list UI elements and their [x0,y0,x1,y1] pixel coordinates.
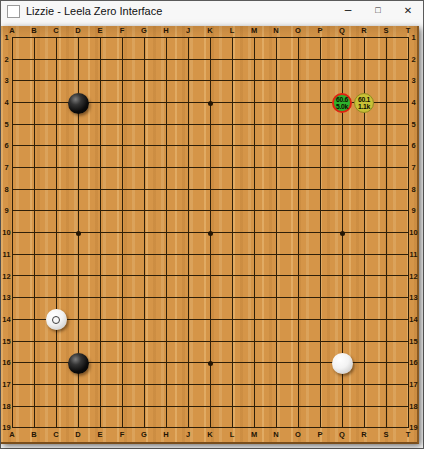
col-label-top: F [114,26,130,36]
col-label-bottom: B [26,430,42,440]
row-label-left: 19 [1,423,12,433]
row-label-right: 2 [408,55,419,65]
board-grid: 60.65.0k60.11.1k [1,27,419,439]
row-label-right: 13 [408,293,419,303]
suggestion-playouts: 5.0k [336,103,348,110]
row-label-right: 15 [408,337,419,347]
maximize-button[interactable]: □ [363,1,393,21]
star-point [76,231,81,236]
black-stone [68,93,89,114]
col-label-top: K [202,26,218,36]
go-board[interactable]: 60.65.0k60.11.1k AABBCCDDEEFFGGHHJJKKLLM… [1,26,419,444]
row-label-right: 17 [408,380,419,390]
row-label-left: 15 [1,337,12,347]
col-label-top: J [180,26,196,36]
analysis-suggestion[interactable]: 60.11.1k [354,93,374,113]
col-label-bottom: G [136,430,152,440]
col-label-bottom: D [70,430,86,440]
row-label-left: 18 [1,402,12,412]
col-label-bottom: Q [334,430,350,440]
row-label-right: 8 [408,185,419,195]
col-label-bottom: E [92,430,108,440]
app-icon[interactable] [7,5,20,18]
col-label-top: D [70,26,86,36]
col-label-bottom: J [180,430,196,440]
row-label-left: 9 [1,206,12,216]
row-label-left: 12 [1,272,12,282]
col-label-bottom: O [290,430,306,440]
row-label-right: 4 [408,98,419,108]
last-move-marker [52,316,60,324]
row-label-left: 4 [1,98,12,108]
minimize-button[interactable]: – [333,1,363,21]
close-button[interactable]: ✕ [393,1,423,21]
col-label-bottom: N [268,430,284,440]
star-point [208,101,213,106]
col-label-top: N [268,26,284,36]
analysis-suggestion[interactable]: 60.65.0k [332,93,352,113]
col-label-top: H [158,26,174,36]
row-label-left: 1 [1,33,12,43]
star-point [340,231,345,236]
row-label-left: 7 [1,163,12,173]
row-label-left: 5 [1,120,12,130]
suggestion-playouts: 1.1k [358,103,370,110]
col-label-top: C [48,26,64,36]
white-stone [332,353,353,374]
col-label-top: G [136,26,152,36]
col-label-top: P [312,26,328,36]
background: 60.65.0k60.11.1k AABBCCDDEEFFGGHHJJKKLLM… [1,21,423,449]
white-stone [46,309,67,330]
col-label-bottom: F [114,430,130,440]
col-label-bottom: K [202,430,218,440]
black-stone [68,353,89,374]
row-label-right: 11 [408,250,419,260]
col-label-top: O [290,26,306,36]
row-label-right: 16 [408,358,419,368]
star-point [208,361,213,366]
col-label-top: L [224,26,240,36]
row-label-right: 12 [408,272,419,282]
col-label-top: Q [334,26,350,36]
star-point [208,231,213,236]
row-label-right: 19 [408,423,419,433]
row-label-left: 10 [1,228,12,238]
row-label-left: 11 [1,250,12,260]
col-label-top: B [26,26,42,36]
row-label-right: 5 [408,120,419,130]
col-label-bottom: P [312,430,328,440]
row-label-left: 3 [1,76,12,86]
suggestion-winrate: 60.6 [336,96,348,103]
col-label-bottom: L [224,430,240,440]
row-label-left: 13 [1,293,12,303]
col-label-bottom: S [378,430,394,440]
row-label-right: 14 [408,315,419,325]
row-label-right: 1 [408,33,419,43]
app-window: Lizzie - Leela Zero Interface – □ ✕ 60.6… [0,0,424,449]
col-label-top: R [356,26,372,36]
col-label-bottom: M [246,430,262,440]
row-label-left: 2 [1,55,12,65]
suggestion-winrate: 60.1 [358,96,370,103]
col-label-top: S [378,26,394,36]
row-label-right: 3 [408,76,419,86]
col-label-top: E [92,26,108,36]
row-label-right: 9 [408,206,419,216]
row-label-right: 6 [408,141,419,151]
row-label-right: 7 [408,163,419,173]
row-label-left: 16 [1,358,12,368]
title-bar: Lizzie - Leela Zero Interface – □ ✕ [1,1,423,21]
row-label-right: 18 [408,402,419,412]
col-label-bottom: C [48,430,64,440]
row-label-left: 17 [1,380,12,390]
row-label-left: 14 [1,315,12,325]
col-label-bottom: H [158,430,174,440]
col-label-top: M [246,26,262,36]
window-title: Lizzie - Leela Zero Interface [26,5,162,17]
col-label-bottom: R [356,430,372,440]
row-label-right: 10 [408,228,419,238]
row-label-left: 6 [1,141,12,151]
row-label-left: 8 [1,185,12,195]
